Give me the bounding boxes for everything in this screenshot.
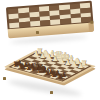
closed-chess-box — [6, 1, 94, 39]
box-end-clasp-icon — [90, 21, 93, 24]
board-hinge-clasp-icon — [50, 91, 53, 94]
lid-square — [50, 19, 61, 25]
lid-square — [40, 20, 51, 26]
lid-square — [30, 21, 41, 27]
product-photo: { "scene": { "type": "product-photo", "d… — [0, 0, 100, 100]
open-chess-board — [4, 50, 96, 83]
box-end-cap — [88, 23, 94, 32]
box-clasp-icon — [36, 31, 39, 34]
lid-square — [70, 18, 81, 24]
board-square — [55, 77, 65, 80]
board-hinge-clasp-icon — [3, 77, 6, 80]
lid-square — [60, 19, 71, 25]
lid-square — [9, 23, 20, 29]
lid-square — [19, 22, 30, 28]
